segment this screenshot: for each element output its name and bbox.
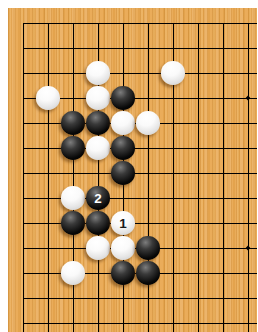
board-point[interactable]: [161, 61, 186, 86]
board-point[interactable]: [236, 111, 258, 136]
board-point[interactable]: [61, 286, 86, 311]
board-point[interactable]: [111, 11, 136, 36]
board-point[interactable]: [236, 286, 258, 311]
board-point[interactable]: [186, 286, 211, 311]
board-point[interactable]: [111, 111, 136, 136]
board-point[interactable]: [186, 236, 211, 261]
board-point[interactable]: [211, 211, 236, 236]
board-point[interactable]: [36, 61, 61, 86]
board-point[interactable]: [161, 36, 186, 61]
board-point[interactable]: [86, 161, 111, 186]
board-point[interactable]: [111, 286, 136, 311]
board-point[interactable]: [236, 86, 258, 111]
board-point[interactable]: [136, 311, 161, 332]
board-point[interactable]: [36, 111, 61, 136]
board-point[interactable]: [86, 11, 111, 36]
board-point[interactable]: [211, 61, 236, 86]
board-point[interactable]: [11, 61, 36, 86]
board-point[interactable]: [211, 286, 236, 311]
board-point[interactable]: [36, 186, 61, 211]
white-stone: [111, 111, 135, 135]
board-point[interactable]: [36, 11, 61, 36]
board-point[interactable]: [86, 86, 111, 111]
board-point[interactable]: [11, 136, 36, 161]
board-point[interactable]: [136, 286, 161, 311]
board-point[interactable]: [136, 86, 161, 111]
board-point[interactable]: [236, 236, 258, 261]
board-point[interactable]: [186, 311, 211, 332]
board-point[interactable]: [161, 211, 186, 236]
board-point[interactable]: [136, 11, 161, 36]
white-stone: [61, 186, 85, 210]
board-point[interactable]: [186, 61, 211, 86]
board-point[interactable]: [36, 161, 61, 186]
black-stone: [111, 86, 135, 110]
board-point[interactable]: [111, 311, 136, 332]
white-stone: [86, 86, 110, 110]
board-point[interactable]: [186, 261, 211, 286]
board-point[interactable]: [211, 86, 236, 111]
white-stone: [111, 236, 135, 260]
board-point[interactable]: [36, 261, 61, 286]
board-point[interactable]: [111, 36, 136, 61]
board-point[interactable]: [61, 186, 86, 211]
board-point[interactable]: [211, 161, 236, 186]
board-point[interactable]: [11, 86, 36, 111]
board-point[interactable]: [161, 136, 186, 161]
board-point[interactable]: [161, 11, 186, 36]
board-point[interactable]: [11, 286, 36, 311]
board-point[interactable]: [236, 261, 258, 286]
board-point[interactable]: [136, 61, 161, 86]
board-point[interactable]: [111, 86, 136, 111]
black-stone: 2: [86, 186, 110, 210]
board-points-grid: 21: [11, 11, 258, 332]
board-point[interactable]: [61, 86, 86, 111]
board-point[interactable]: [111, 186, 136, 211]
board-point[interactable]: [11, 311, 36, 332]
black-stone: [111, 261, 135, 285]
black-stone: [111, 136, 135, 160]
board-point[interactable]: [136, 211, 161, 236]
board-point[interactable]: [11, 211, 36, 236]
board-point[interactable]: [161, 311, 186, 332]
board-point[interactable]: [36, 311, 61, 332]
board-point[interactable]: [61, 136, 86, 161]
board-point[interactable]: [11, 161, 36, 186]
board-point[interactable]: [61, 161, 86, 186]
board-point[interactable]: [161, 161, 186, 186]
board-point[interactable]: [36, 136, 61, 161]
black-stone: [136, 236, 160, 260]
board-point[interactable]: [186, 211, 211, 236]
board-point[interactable]: [61, 311, 86, 332]
board-point[interactable]: [61, 261, 86, 286]
board-point[interactable]: [211, 311, 236, 332]
board-point[interactable]: [211, 11, 236, 36]
board-point[interactable]: [86, 61, 111, 86]
board-point[interactable]: [36, 211, 61, 236]
board-point[interactable]: [61, 236, 86, 261]
board-point[interactable]: [136, 111, 161, 136]
board-point[interactable]: [111, 61, 136, 86]
board-point[interactable]: [161, 186, 186, 211]
board-point[interactable]: [36, 236, 61, 261]
board-point[interactable]: [36, 286, 61, 311]
board-point[interactable]: [86, 311, 111, 332]
white-stone: [136, 111, 160, 135]
board-point[interactable]: [36, 86, 61, 111]
black-stone: [136, 261, 160, 285]
board-point[interactable]: [161, 236, 186, 261]
board-point[interactable]: [136, 136, 161, 161]
board-point[interactable]: [186, 161, 211, 186]
board-point[interactable]: 2: [86, 186, 111, 211]
black-stone: [61, 211, 85, 235]
board-point[interactable]: [211, 136, 236, 161]
board-point[interactable]: [236, 186, 258, 211]
board-point[interactable]: [236, 136, 258, 161]
white-stone: [86, 61, 110, 85]
board-point[interactable]: [61, 36, 86, 61]
board-point[interactable]: [86, 236, 111, 261]
go-diagram-page: 21: [0, 0, 257, 332]
board-point[interactable]: [161, 286, 186, 311]
board-point[interactable]: [211, 36, 236, 61]
white-stone: [86, 236, 110, 260]
board-point[interactable]: [236, 311, 258, 332]
board-point[interactable]: [36, 36, 61, 61]
board-point[interactable]: [211, 111, 236, 136]
board-point[interactable]: [236, 36, 258, 61]
white-stone: 1: [111, 211, 135, 235]
board-point[interactable]: [186, 86, 211, 111]
board-point[interactable]: [136, 261, 161, 286]
black-stone: [61, 136, 85, 160]
board-point[interactable]: [11, 186, 36, 211]
board-point[interactable]: [211, 186, 236, 211]
board-point[interactable]: [236, 11, 258, 36]
board-point[interactable]: [136, 186, 161, 211]
board-point[interactable]: [111, 261, 136, 286]
board-point[interactable]: [136, 36, 161, 61]
board-point[interactable]: [61, 111, 86, 136]
board-point[interactable]: [161, 261, 186, 286]
board-point[interactable]: [161, 111, 186, 136]
board-point[interactable]: [136, 161, 161, 186]
board-point[interactable]: [186, 11, 211, 36]
board-point[interactable]: [61, 61, 86, 86]
white-stone: [86, 136, 110, 160]
board-point[interactable]: [61, 11, 86, 36]
board-point[interactable]: [61, 211, 86, 236]
board-point[interactable]: [11, 261, 36, 286]
black-stone: [61, 111, 85, 135]
board-point[interactable]: [86, 36, 111, 61]
board-point[interactable]: [186, 136, 211, 161]
board-point[interactable]: [11, 36, 36, 61]
white-stone: [161, 61, 185, 85]
black-stone: [111, 161, 135, 185]
board-point[interactable]: 1: [111, 211, 136, 236]
board-point[interactable]: [86, 286, 111, 311]
board-point[interactable]: [111, 136, 136, 161]
board-point[interactable]: [186, 111, 211, 136]
board-point[interactable]: [186, 186, 211, 211]
black-stone: [86, 211, 110, 235]
board-point[interactable]: [86, 111, 111, 136]
board-point[interactable]: [236, 211, 258, 236]
board-point[interactable]: [161, 86, 186, 111]
board-point[interactable]: [211, 261, 236, 286]
board-point[interactable]: [86, 136, 111, 161]
board-point[interactable]: [111, 161, 136, 186]
board-point[interactable]: [11, 236, 36, 261]
board-point[interactable]: [11, 111, 36, 136]
move-number-label: 2: [94, 192, 102, 206]
move-number-label: 1: [119, 217, 127, 231]
board-point[interactable]: [111, 236, 136, 261]
board-point[interactable]: [186, 36, 211, 61]
board-point[interactable]: [86, 211, 111, 236]
white-stone: [61, 261, 85, 285]
board-point[interactable]: [11, 11, 36, 36]
white-stone: [36, 86, 60, 110]
board-point[interactable]: [86, 261, 111, 286]
board-point[interactable]: [236, 161, 258, 186]
board-point[interactable]: [136, 236, 161, 261]
board-point[interactable]: [211, 236, 236, 261]
board-point[interactable]: [236, 61, 258, 86]
black-stone: [86, 111, 110, 135]
